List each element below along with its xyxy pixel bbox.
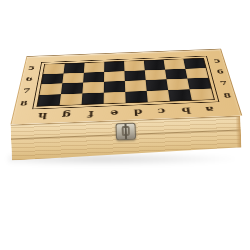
clasp-latch xyxy=(115,123,136,141)
board-border xyxy=(32,56,219,109)
file-label-a: a xyxy=(196,103,223,116)
rank-label-right-5: 5 xyxy=(209,55,226,66)
square-b8 xyxy=(168,89,192,101)
chessboard-half xyxy=(36,58,214,107)
rank-label-right-6: 6 xyxy=(211,66,229,78)
file-label-e: e xyxy=(102,107,126,120)
box-lid: 5678 5678 hgfedcba xyxy=(8,40,241,125)
file-label-g: g xyxy=(54,109,79,122)
rank-label-left-6: 6 xyxy=(21,73,38,85)
square-a8 xyxy=(190,88,214,100)
rank-label-right-7: 7 xyxy=(215,77,233,89)
rank-label-right-8: 8 xyxy=(218,89,237,102)
rank-label-left-7: 7 xyxy=(18,84,35,97)
square-d8 xyxy=(125,91,147,103)
file-label-c: c xyxy=(149,105,174,118)
rank-label-left-8: 8 xyxy=(15,96,33,109)
chess-box: 5678 5678 hgfedcba xyxy=(8,40,242,161)
square-h8 xyxy=(38,94,61,106)
file-label-h: h xyxy=(30,110,56,123)
board-surface: 5678 5678 hgfedcba xyxy=(10,49,242,125)
right-end-face xyxy=(235,116,241,152)
square-f8 xyxy=(82,92,104,104)
file-label-b: b xyxy=(173,104,199,117)
file-label-f: f xyxy=(78,108,102,121)
file-label-d: d xyxy=(126,106,151,119)
product-photo: 5678 5678 hgfedcba xyxy=(0,0,250,250)
rank-label-left-5: 5 xyxy=(23,62,39,73)
square-g8 xyxy=(60,93,83,105)
square-e8 xyxy=(104,92,126,104)
square-c8 xyxy=(147,90,170,102)
